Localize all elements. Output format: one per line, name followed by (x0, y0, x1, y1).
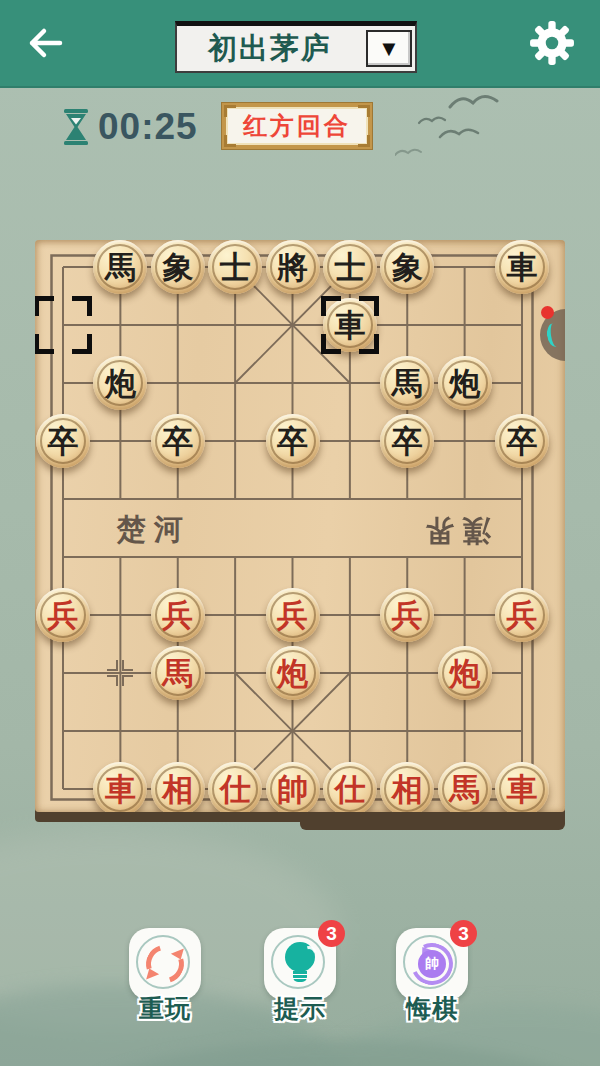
piece-black-馬[interactable]: 馬 (380, 356, 434, 410)
level-dropdown[interactable]: 初出茅庐 ▼ (175, 21, 417, 73)
piece-black-卒[interactable]: 卒 (266, 414, 320, 468)
piece-red-兵[interactable]: 兵 (380, 588, 434, 642)
refresh-icon (139, 938, 190, 989)
hourglass-icon (62, 108, 90, 146)
hint-label: 提示 (250, 992, 350, 1025)
replay-button[interactable]: 重玩 (129, 928, 201, 1000)
piece-red-仕[interactable]: 仕 (208, 762, 262, 812)
header-bar: 初出茅庐 ▼ (0, 0, 600, 88)
piece-red-相[interactable]: 相 (151, 762, 205, 812)
undo-label: 悔棋 (382, 992, 482, 1025)
piece-red-馬[interactable]: 馬 (438, 762, 492, 812)
notification-dot (541, 306, 554, 319)
banner-corner-ornament (224, 135, 236, 147)
piece-red-仕[interactable]: 仕 (323, 762, 377, 812)
piece-black-卒[interactable]: 卒 (495, 414, 549, 468)
hint-count-badge: 3 (318, 920, 345, 947)
piece-black-將[interactable]: 將 (266, 240, 320, 294)
timer-text: 00:25 (98, 106, 198, 148)
piece-red-兵[interactable]: 兵 (266, 588, 320, 642)
arrow-left-icon (20, 22, 68, 64)
piece-red-炮[interactable]: 炮 (438, 646, 492, 700)
undo-arrow-icon: 帥 (410, 942, 454, 986)
gear-icon (528, 20, 576, 66)
turn-banner: 红方回合 (222, 103, 372, 149)
undo-count-badge: 3 (450, 920, 477, 947)
piece-black-炮[interactable]: 炮 (438, 356, 492, 410)
dropdown-caret-button[interactable]: ▼ (366, 30, 412, 67)
game-screen: 初出茅庐 ▼ (0, 0, 600, 1066)
river-label-left: 楚河 (117, 510, 191, 550)
piece-red-兵[interactable]: 兵 (495, 588, 549, 642)
piece-black-炮[interactable]: 炮 (93, 356, 147, 410)
undo-button[interactable]: 帥 3 悔棋 (396, 928, 468, 1000)
back-button[interactable] (20, 22, 68, 64)
piece-red-車[interactable]: 車 (495, 762, 549, 812)
hint-button[interactable]: 3 提示 (264, 928, 336, 1000)
piece-black-象[interactable]: 象 (151, 240, 205, 294)
piece-black-卒[interactable]: 卒 (380, 414, 434, 468)
mountain-front (60, 1040, 600, 1066)
piece-red-馬[interactable]: 馬 (151, 646, 205, 700)
board-edge-step (300, 816, 565, 830)
piece-black-車[interactable]: 車 (495, 240, 549, 294)
xiangqi-board[interactable]: 楚河 漢界 馬象士將士象車車炮馬炮卒卒卒卒卒兵兵兵兵兵馬炮炮車相仕帥仕相馬車 (35, 240, 565, 812)
banner-corner-ornament (358, 105, 370, 117)
undo-general-glyph: 帥 (418, 950, 446, 978)
piece-red-兵[interactable]: 兵 (151, 588, 205, 642)
replay-label: 重玩 (115, 992, 215, 1025)
banner-corner-ornament (224, 105, 236, 117)
piece-red-炮[interactable]: 炮 (266, 646, 320, 700)
birds-decoration (395, 85, 595, 165)
turn-banner-text: 红方回合 (243, 110, 351, 142)
piece-black-車[interactable]: 車 (323, 298, 377, 352)
piece-black-士[interactable]: 士 (208, 240, 262, 294)
banner-corner-ornament (358, 135, 370, 147)
piece-black-馬[interactable]: 馬 (93, 240, 147, 294)
piece-black-卒[interactable]: 卒 (36, 414, 90, 468)
piece-red-相[interactable]: 相 (380, 762, 434, 812)
level-dropdown-value: 初出茅庐 (177, 29, 363, 69)
caret-down-icon: ▼ (378, 36, 400, 62)
move-timer: 00:25 (62, 106, 198, 148)
piece-black-卒[interactable]: 卒 (151, 414, 205, 468)
lightbulb-icon (285, 942, 315, 972)
settings-button[interactable] (528, 20, 576, 66)
piece-red-帥[interactable]: 帥 (266, 762, 320, 812)
piece-red-車[interactable]: 車 (93, 762, 147, 812)
river-label-right: 漢界 (417, 510, 491, 550)
piece-black-士[interactable]: 士 (323, 240, 377, 294)
piece-black-象[interactable]: 象 (380, 240, 434, 294)
piece-red-兵[interactable]: 兵 (36, 588, 90, 642)
